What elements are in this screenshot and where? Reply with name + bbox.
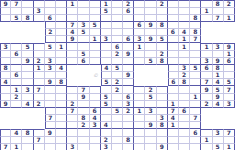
board-cell[interactable]	[34, 79, 45, 86]
board-cell[interactable]	[134, 8, 145, 15]
board-cell[interactable]	[11, 101, 22, 108]
board-cell[interactable]: 9	[0, 101, 11, 108]
board-cell[interactable]	[34, 15, 45, 22]
board-cell[interactable]	[67, 86, 78, 94]
board-cell[interactable]	[179, 15, 190, 22]
board-cell[interactable]: 2	[112, 79, 123, 86]
board-cell[interactable]	[56, 101, 67, 108]
board-cell[interactable]: 8	[123, 137, 134, 144]
board-cell[interactable]: 8	[22, 15, 33, 22]
board-cell[interactable]	[190, 72, 201, 79]
void-area	[11, 108, 22, 115]
void-area	[78, 65, 89, 72]
board-cell[interactable]	[67, 51, 78, 58]
board-cell[interactable]: 7	[201, 79, 212, 86]
board-cell[interactable]	[168, 15, 179, 22]
board-cell[interactable]: 6	[134, 22, 145, 29]
board-cell[interactable]	[201, 15, 212, 22]
board-cell[interactable]	[112, 22, 123, 29]
board-cell[interactable]: 7	[45, 115, 56, 122]
void-area	[90, 65, 101, 72]
board-cell[interactable]	[145, 144, 156, 150]
board-cell[interactable]	[112, 8, 123, 15]
board-cell[interactable]: 6	[190, 129, 201, 137]
board-cell[interactable]	[179, 122, 190, 129]
board-cell[interactable]: 5	[190, 65, 201, 72]
board-cell[interactable]: 7	[190, 36, 201, 43]
board-cell[interactable]: 6	[224, 58, 235, 65]
board-cell[interactable]: 2	[112, 86, 123, 94]
board-cell[interactable]	[45, 94, 56, 101]
void-area	[11, 122, 22, 129]
board-cell[interactable]: 2	[34, 101, 45, 108]
void-area	[78, 72, 89, 79]
board-cell[interactable]: 1	[90, 36, 101, 43]
board-cell[interactable]: 6	[201, 65, 212, 72]
board-cell[interactable]	[157, 101, 168, 108]
board-cell[interactable]: 2	[78, 122, 89, 129]
board-cell[interactable]: 6	[123, 8, 134, 15]
board-cell[interactable]: 3	[101, 144, 112, 150]
board-cell[interactable]	[157, 8, 168, 15]
board-cell[interactable]	[90, 86, 101, 94]
board-cell[interactable]	[67, 8, 78, 15]
board-cell[interactable]	[134, 129, 145, 137]
board-cell[interactable]: 3	[134, 36, 145, 43]
board-cell[interactable]	[134, 51, 145, 58]
board-cell[interactable]	[112, 137, 123, 144]
board-cell[interactable]: 9	[67, 36, 78, 43]
board-cell[interactable]: 3	[101, 36, 112, 43]
board-cell[interactable]: 2	[45, 29, 56, 36]
board-cell[interactable]	[56, 108, 67, 115]
board-cell[interactable]	[123, 144, 134, 150]
board-cell[interactable]	[78, 8, 89, 15]
board-cell[interactable]: 9	[45, 79, 56, 86]
board-cell[interactable]	[179, 86, 190, 94]
board-cell[interactable]	[112, 115, 123, 122]
board-cell[interactable]	[78, 144, 89, 150]
board-cell[interactable]: 5	[78, 29, 89, 36]
board-cell[interactable]	[56, 51, 67, 58]
board-cell[interactable]: 9	[201, 86, 212, 94]
board-cell[interactable]	[22, 79, 33, 86]
board-cell[interactable]	[0, 129, 11, 137]
board-cell[interactable]: 6	[78, 58, 89, 65]
board-cell[interactable]: 7	[213, 15, 224, 22]
board-cell[interactable]: 8	[157, 122, 168, 129]
board-cell[interactable]	[78, 101, 89, 108]
board-cell[interactable]	[34, 144, 45, 150]
board-cell[interactable]: 3	[34, 8, 45, 15]
board-cell[interactable]: 3	[22, 86, 33, 94]
board-cell[interactable]: 7	[34, 137, 45, 144]
board-cell[interactable]: 4	[101, 65, 112, 72]
board-cell[interactable]	[134, 144, 145, 150]
board-cell[interactable]: 5	[101, 101, 112, 108]
board-cell[interactable]: 1	[224, 144, 235, 150]
board-cell[interactable]	[190, 43, 201, 51]
board-cell[interactable]	[56, 86, 67, 94]
void-area	[0, 36, 11, 43]
board-cell[interactable]	[67, 58, 78, 65]
void-area	[22, 108, 33, 115]
board-cell[interactable]	[134, 0, 145, 8]
board-cell[interactable]: 6	[11, 51, 22, 58]
board-cell[interactable]: 5	[157, 36, 168, 43]
board-cell[interactable]	[56, 29, 67, 36]
board-cell[interactable]: 1	[190, 94, 201, 101]
board-cell[interactable]	[190, 0, 201, 8]
board-cell[interactable]	[145, 137, 156, 144]
board-cell[interactable]: 1	[67, 0, 78, 8]
void-area	[213, 108, 224, 115]
board-cell[interactable]	[168, 144, 179, 150]
board-cell[interactable]	[0, 51, 11, 58]
board-cell[interactable]	[22, 144, 33, 150]
board-cell[interactable]	[145, 43, 156, 51]
board-cell[interactable]	[90, 43, 101, 51]
board-cell[interactable]	[168, 43, 179, 51]
board-cell[interactable]: 1	[134, 43, 145, 51]
void-area	[201, 29, 212, 36]
board-cell[interactable]: 9	[157, 144, 168, 150]
board-cell[interactable]	[56, 129, 67, 137]
board-cell[interactable]: 1	[201, 43, 212, 51]
board-cell[interactable]	[123, 15, 134, 22]
board-cell[interactable]	[123, 22, 134, 29]
board-cell[interactable]: 4	[213, 79, 224, 86]
board-cell[interactable]: 7	[224, 86, 235, 94]
board-cell[interactable]	[56, 144, 67, 150]
board-cell[interactable]	[78, 137, 89, 144]
board-cell[interactable]	[78, 36, 89, 43]
board-cell[interactable]: 3	[67, 144, 78, 150]
void-area	[67, 72, 78, 79]
board-cell[interactable]	[11, 79, 22, 86]
board-cell[interactable]	[90, 94, 101, 101]
board-cell[interactable]: 8	[179, 79, 190, 86]
board-cell[interactable]	[34, 72, 45, 79]
void-area	[22, 122, 33, 129]
void-area	[201, 36, 212, 43]
board-cell[interactable]	[56, 94, 67, 101]
void-area	[224, 122, 235, 129]
board-cell[interactable]: 3	[0, 43, 11, 51]
board-cell[interactable]	[190, 51, 201, 58]
board-cell[interactable]: 5	[213, 144, 224, 150]
board-cell[interactable]: 9	[78, 94, 89, 101]
board-cell[interactable]	[145, 129, 156, 137]
board-cell[interactable]	[145, 0, 156, 8]
board-cell[interactable]: 2	[11, 94, 22, 101]
board-cell[interactable]	[179, 94, 190, 101]
board-cell[interactable]: 2	[123, 108, 134, 115]
board-cell[interactable]	[78, 129, 89, 137]
board-cell[interactable]	[190, 79, 201, 86]
board-cell[interactable]: 4	[101, 122, 112, 129]
board-cell[interactable]	[0, 15, 11, 22]
board-cell[interactable]: 3	[224, 101, 235, 108]
board-cell[interactable]: 5	[145, 58, 156, 65]
board-cell[interactable]: 1	[134, 108, 145, 115]
board-cell[interactable]	[190, 122, 201, 129]
board-cell[interactable]: 8	[0, 65, 11, 72]
board-cell[interactable]	[112, 129, 123, 137]
board-cell[interactable]	[123, 79, 134, 86]
void-area	[134, 65, 145, 72]
board-cell[interactable]: 1	[179, 43, 190, 51]
void-area	[145, 65, 156, 72]
board-cell[interactable]	[112, 15, 123, 22]
board-cell[interactable]	[90, 144, 101, 150]
board-cell[interactable]: 9	[145, 36, 156, 43]
board-cell[interactable]	[168, 0, 179, 8]
board-cell[interactable]: 5	[90, 22, 101, 29]
board-cell[interactable]	[179, 115, 190, 122]
board-cell[interactable]	[168, 8, 179, 15]
void-area	[224, 36, 235, 43]
board-cell[interactable]	[90, 8, 101, 15]
board-cell[interactable]: 5	[145, 94, 156, 101]
board-cell[interactable]	[56, 115, 67, 122]
board-cell[interactable]	[11, 58, 22, 65]
board-cell[interactable]	[45, 0, 56, 8]
board-cell[interactable]	[179, 0, 190, 8]
board-cell[interactable]	[112, 122, 123, 129]
board-cell[interactable]	[179, 129, 190, 137]
void-area	[34, 36, 45, 43]
board-cell[interactable]	[90, 51, 101, 58]
board-cell[interactable]	[190, 144, 201, 150]
board-cell[interactable]	[0, 86, 11, 94]
board-cell[interactable]: 2	[224, 0, 235, 8]
void-area	[78, 79, 89, 86]
board-cell[interactable]	[112, 29, 123, 36]
void-area	[213, 22, 224, 29]
board-cell[interactable]	[123, 115, 134, 122]
board-cell[interactable]	[123, 58, 134, 65]
board-cell[interactable]: 5	[11, 15, 22, 22]
board-cell[interactable]: 8	[157, 22, 168, 29]
void-area	[34, 29, 45, 36]
board-cell[interactable]: 9	[145, 22, 156, 29]
board-cell[interactable]	[224, 65, 235, 72]
board-cell[interactable]: 1	[224, 15, 235, 22]
board-cell[interactable]: 1	[11, 144, 22, 150]
board-cell[interactable]	[101, 43, 112, 51]
board-cell[interactable]	[168, 36, 179, 43]
board-cell[interactable]: 9	[123, 51, 134, 58]
board-cell[interactable]: 2	[112, 51, 123, 58]
board-cell[interactable]	[201, 144, 212, 150]
board-cell[interactable]: 3	[213, 43, 224, 51]
void-area	[201, 22, 212, 29]
board-cell[interactable]	[179, 144, 190, 150]
board-cell[interactable]: 5	[112, 108, 123, 115]
void-area	[224, 29, 235, 36]
board-cell[interactable]: 1	[179, 36, 190, 43]
board-cell[interactable]	[112, 144, 123, 150]
board-cell[interactable]	[101, 51, 112, 58]
board-cell[interactable]	[78, 0, 89, 8]
board-cell[interactable]: 8	[22, 129, 33, 137]
board-cell[interactable]	[168, 137, 179, 144]
board-cell[interactable]: 8	[157, 58, 168, 65]
void-area	[67, 79, 78, 86]
board-cell[interactable]: 6	[45, 15, 56, 22]
board-cell[interactable]	[168, 65, 179, 72]
board-cell[interactable]	[123, 122, 134, 129]
board-cell[interactable]: 9	[145, 122, 156, 129]
board-cell[interactable]: 1	[168, 122, 179, 129]
board-cell[interactable]: 3	[213, 129, 224, 137]
board-cell[interactable]: 5	[101, 79, 112, 86]
void-area	[11, 36, 22, 43]
board-cell[interactable]	[67, 122, 78, 129]
board-cell[interactable]: 6	[168, 79, 179, 86]
void-area	[157, 72, 168, 79]
board-cell[interactable]	[56, 137, 67, 144]
board-cell[interactable]	[22, 72, 33, 79]
void-area	[22, 36, 33, 43]
board-cell[interactable]	[22, 0, 33, 8]
board-cell[interactable]	[56, 8, 67, 15]
board-cell[interactable]	[134, 86, 145, 94]
board-cell[interactable]: 1	[201, 8, 212, 15]
board-cell[interactable]: 9	[22, 58, 33, 65]
board-cell[interactable]	[101, 22, 112, 29]
board-cell[interactable]	[145, 8, 156, 15]
board-cell[interactable]	[134, 122, 145, 129]
board-cell[interactable]	[112, 36, 123, 43]
board-cell[interactable]: 4	[56, 65, 67, 72]
board-cell[interactable]: 7	[190, 115, 201, 122]
board-cell[interactable]	[56, 15, 67, 22]
board-cell[interactable]	[179, 137, 190, 144]
void-area	[11, 22, 22, 29]
board-cell[interactable]	[90, 137, 101, 144]
board-cell[interactable]: 1	[56, 43, 67, 51]
void-area	[0, 122, 11, 129]
void-area	[34, 122, 45, 129]
board-cell[interactable]	[134, 58, 145, 65]
board-cell[interactable]: 4	[0, 79, 11, 86]
board-cell[interactable]: 9	[45, 129, 56, 137]
board-cell[interactable]: 7	[0, 144, 11, 150]
board-cell[interactable]	[0, 8, 11, 15]
void-area	[224, 115, 235, 122]
board-cell[interactable]	[90, 0, 101, 8]
board-cell[interactable]: 4	[11, 129, 22, 137]
board-cell[interactable]	[90, 58, 101, 65]
board-cell[interactable]: 2	[201, 101, 212, 108]
board-cell[interactable]	[134, 137, 145, 144]
board-cell[interactable]: 3	[45, 65, 56, 72]
board-cell[interactable]: 7	[11, 0, 22, 8]
void-area	[11, 29, 22, 36]
board-cell[interactable]	[67, 43, 78, 51]
board-cell[interactable]: 8	[56, 79, 67, 86]
board-cell[interactable]: 2	[157, 0, 168, 8]
board-cell[interactable]: 7	[34, 86, 45, 94]
board-cell[interactable]: 8	[213, 0, 224, 8]
board-cell[interactable]	[45, 101, 56, 108]
board-cell[interactable]	[56, 122, 67, 129]
board-cell[interactable]: 5	[112, 65, 123, 72]
board-cell[interactable]: 3	[145, 108, 156, 115]
board-cell[interactable]: 5	[22, 43, 33, 51]
board-cell[interactable]	[168, 86, 179, 94]
board-cell[interactable]	[45, 122, 56, 129]
board-cell[interactable]	[101, 15, 112, 22]
board-cell[interactable]: 7	[224, 129, 235, 137]
board-cell[interactable]: 3	[90, 122, 101, 129]
board-cell[interactable]	[168, 129, 179, 137]
board-cell[interactable]	[190, 137, 201, 144]
board-cell[interactable]	[45, 86, 56, 94]
board-cell[interactable]: 5	[45, 43, 56, 51]
board-cell[interactable]	[157, 129, 168, 137]
board-cell[interactable]: 7	[67, 108, 78, 115]
board-cell[interactable]	[134, 94, 145, 101]
board-cell[interactable]: 5	[101, 8, 112, 15]
board-cell[interactable]	[157, 86, 168, 94]
board-cell[interactable]: 6	[123, 36, 134, 43]
board-cell[interactable]	[56, 36, 67, 43]
board-cell[interactable]	[168, 58, 179, 65]
board-cell[interactable]	[112, 94, 123, 101]
board-cell[interactable]	[134, 115, 145, 122]
board-cell[interactable]	[56, 22, 67, 29]
void-area	[0, 22, 11, 29]
board-cell[interactable]	[45, 137, 56, 144]
board-cell[interactable]	[45, 36, 56, 43]
void-area	[213, 29, 224, 36]
void-area	[224, 22, 235, 29]
board-cell[interactable]: 4	[213, 101, 224, 108]
board-cell[interactable]	[112, 0, 123, 8]
void-area	[145, 79, 156, 86]
void-area	[34, 108, 45, 115]
board-cell[interactable]: 8	[190, 15, 201, 22]
board-cell[interactable]	[56, 0, 67, 8]
board-cell[interactable]: 1	[34, 65, 45, 72]
board-cell[interactable]	[90, 129, 101, 137]
board-cell[interactable]	[101, 108, 112, 115]
board-cell[interactable]	[179, 51, 190, 58]
board-cell[interactable]: 6	[11, 72, 22, 79]
board-cell[interactable]	[157, 94, 168, 101]
board-cell[interactable]	[168, 51, 179, 58]
board-cell[interactable]: 5	[224, 79, 235, 86]
board-cell[interactable]: 6	[179, 108, 190, 115]
board-cell[interactable]: 6	[168, 29, 179, 36]
board-cell[interactable]: 9	[0, 0, 11, 8]
board-cell[interactable]	[34, 43, 45, 51]
board-cell[interactable]	[190, 101, 201, 108]
board-cell[interactable]	[67, 115, 78, 122]
board-cell[interactable]: 4	[22, 101, 33, 108]
void-area	[90, 79, 101, 86]
board-cell[interactable]	[179, 8, 190, 15]
void-area	[213, 36, 224, 43]
board-cell[interactable]	[45, 144, 56, 150]
board-cell[interactable]: 1	[201, 137, 212, 144]
board-cell[interactable]	[22, 137, 33, 144]
board-cell[interactable]	[67, 129, 78, 137]
board-cell[interactable]	[22, 65, 33, 72]
